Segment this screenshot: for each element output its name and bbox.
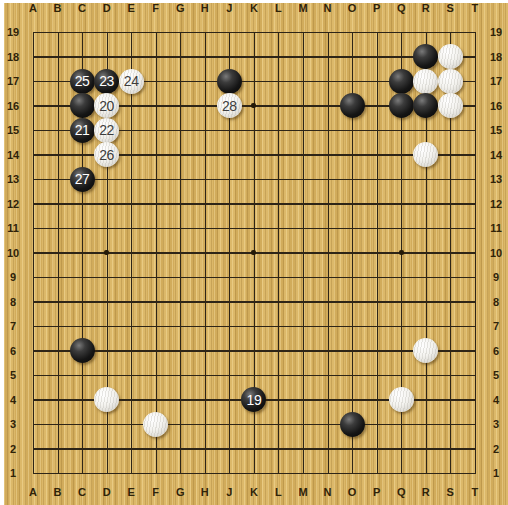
point-J3[interactable]	[217, 412, 242, 437]
point-J17[interactable]	[217, 69, 242, 94]
point-P2[interactable]	[364, 436, 389, 461]
point-Q8[interactable]	[389, 289, 414, 314]
point-N8[interactable]	[315, 289, 340, 314]
point-C8[interactable]	[70, 289, 95, 314]
point-S12[interactable]	[438, 191, 463, 216]
point-O13[interactable]	[340, 167, 365, 192]
point-M11[interactable]	[291, 216, 316, 241]
point-A16[interactable]	[21, 93, 46, 118]
point-L4[interactable]	[266, 387, 291, 412]
point-A14[interactable]	[21, 142, 46, 167]
point-N14[interactable]	[315, 142, 340, 167]
point-H18[interactable]	[193, 44, 218, 69]
point-G17[interactable]	[168, 69, 193, 94]
point-M15[interactable]	[291, 118, 316, 143]
point-S6[interactable]	[438, 338, 463, 363]
point-F7[interactable]	[143, 314, 168, 339]
point-K7[interactable]	[242, 314, 267, 339]
point-E17[interactable]: 24	[119, 69, 144, 94]
point-O15[interactable]	[340, 118, 365, 143]
point-J4[interactable]	[217, 387, 242, 412]
point-N7[interactable]	[315, 314, 340, 339]
point-G12[interactable]	[168, 191, 193, 216]
point-L18[interactable]	[266, 44, 291, 69]
point-S3[interactable]	[438, 412, 463, 437]
point-K3[interactable]	[242, 412, 267, 437]
point-A6[interactable]	[21, 338, 46, 363]
point-F12[interactable]	[143, 191, 168, 216]
point-L3[interactable]	[266, 412, 291, 437]
point-M12[interactable]	[291, 191, 316, 216]
point-C6[interactable]	[70, 338, 95, 363]
point-G13[interactable]	[168, 167, 193, 192]
point-D10[interactable]	[94, 240, 119, 265]
point-M1[interactable]	[291, 461, 316, 486]
point-G18[interactable]	[168, 44, 193, 69]
point-L5[interactable]	[266, 363, 291, 388]
point-F13[interactable]	[143, 167, 168, 192]
point-C5[interactable]	[70, 363, 95, 388]
point-O8[interactable]	[340, 289, 365, 314]
point-H10[interactable]	[193, 240, 218, 265]
point-P8[interactable]	[364, 289, 389, 314]
point-K9[interactable]	[242, 265, 267, 290]
point-O12[interactable]	[340, 191, 365, 216]
point-P11[interactable]	[364, 216, 389, 241]
point-K6[interactable]	[242, 338, 267, 363]
point-A11[interactable]	[21, 216, 46, 241]
point-E8[interactable]	[119, 289, 144, 314]
point-F17[interactable]	[143, 69, 168, 94]
point-D13[interactable]	[94, 167, 119, 192]
point-J6[interactable]	[217, 338, 242, 363]
point-G6[interactable]	[168, 338, 193, 363]
stone-black-O16[interactable]	[340, 93, 365, 118]
point-S10[interactable]	[438, 240, 463, 265]
point-S13[interactable]	[438, 167, 463, 192]
point-M18[interactable]	[291, 44, 316, 69]
point-T19[interactable]	[463, 20, 488, 45]
point-L1[interactable]	[266, 461, 291, 486]
point-E18[interactable]	[119, 44, 144, 69]
point-N11[interactable]	[315, 216, 340, 241]
point-B6[interactable]	[45, 338, 70, 363]
stone-white-D4[interactable]	[94, 387, 119, 412]
point-D7[interactable]	[94, 314, 119, 339]
point-H9[interactable]	[193, 265, 218, 290]
point-M9[interactable]	[291, 265, 316, 290]
point-E13[interactable]	[119, 167, 144, 192]
point-G4[interactable]	[168, 387, 193, 412]
point-K19[interactable]	[242, 20, 267, 45]
point-C14[interactable]	[70, 142, 95, 167]
point-G5[interactable]	[168, 363, 193, 388]
stone-white-Q4[interactable]	[389, 387, 414, 412]
point-P14[interactable]	[364, 142, 389, 167]
point-C16[interactable]	[70, 93, 95, 118]
point-H14[interactable]	[193, 142, 218, 167]
point-N18[interactable]	[315, 44, 340, 69]
point-A2[interactable]	[21, 436, 46, 461]
point-D4[interactable]	[94, 387, 119, 412]
point-Q12[interactable]	[389, 191, 414, 216]
point-C15[interactable]: 21	[70, 118, 95, 143]
point-T12[interactable]	[463, 191, 488, 216]
point-S2[interactable]	[438, 436, 463, 461]
point-B15[interactable]	[45, 118, 70, 143]
point-G7[interactable]	[168, 314, 193, 339]
point-P19[interactable]	[364, 20, 389, 45]
point-L11[interactable]	[266, 216, 291, 241]
point-M5[interactable]	[291, 363, 316, 388]
point-A13[interactable]	[21, 167, 46, 192]
point-Q13[interactable]	[389, 167, 414, 192]
point-D5[interactable]	[94, 363, 119, 388]
point-G1[interactable]	[168, 461, 193, 486]
point-M16[interactable]	[291, 93, 316, 118]
point-Q9[interactable]	[389, 265, 414, 290]
stone-black-Q16[interactable]	[389, 93, 414, 118]
point-P5[interactable]	[364, 363, 389, 388]
point-B8[interactable]	[45, 289, 70, 314]
point-K11[interactable]	[242, 216, 267, 241]
point-B4[interactable]	[45, 387, 70, 412]
point-A8[interactable]	[21, 289, 46, 314]
point-E19[interactable]	[119, 20, 144, 45]
point-L9[interactable]	[266, 265, 291, 290]
point-N15[interactable]	[315, 118, 340, 143]
point-H13[interactable]	[193, 167, 218, 192]
point-B1[interactable]	[45, 461, 70, 486]
point-T18[interactable]	[463, 44, 488, 69]
point-E4[interactable]	[119, 387, 144, 412]
point-C13[interactable]: 27	[70, 167, 95, 192]
point-K13[interactable]	[242, 167, 267, 192]
point-T8[interactable]	[463, 289, 488, 314]
point-S15[interactable]	[438, 118, 463, 143]
point-N1[interactable]	[315, 461, 340, 486]
point-S18[interactable]	[438, 44, 463, 69]
point-N19[interactable]	[315, 20, 340, 45]
point-Q6[interactable]	[389, 338, 414, 363]
point-F6[interactable]	[143, 338, 168, 363]
point-R12[interactable]	[413, 191, 438, 216]
point-J1[interactable]	[217, 461, 242, 486]
point-E11[interactable]	[119, 216, 144, 241]
point-O17[interactable]	[340, 69, 365, 94]
point-F5[interactable]	[143, 363, 168, 388]
point-P3[interactable]	[364, 412, 389, 437]
point-F3[interactable]	[143, 412, 168, 437]
point-T11[interactable]	[463, 216, 488, 241]
point-B10[interactable]	[45, 240, 70, 265]
point-K12[interactable]	[242, 191, 267, 216]
point-L13[interactable]	[266, 167, 291, 192]
point-R7[interactable]	[413, 314, 438, 339]
point-K2[interactable]	[242, 436, 267, 461]
point-N4[interactable]	[315, 387, 340, 412]
point-P4[interactable]	[364, 387, 389, 412]
point-G11[interactable]	[168, 216, 193, 241]
point-O3[interactable]	[340, 412, 365, 437]
point-D14[interactable]: 26	[94, 142, 119, 167]
point-A15[interactable]	[21, 118, 46, 143]
point-B13[interactable]	[45, 167, 70, 192]
point-N10[interactable]	[315, 240, 340, 265]
point-N2[interactable]	[315, 436, 340, 461]
point-F1[interactable]	[143, 461, 168, 486]
point-L2[interactable]	[266, 436, 291, 461]
point-O18[interactable]	[340, 44, 365, 69]
point-H12[interactable]	[193, 191, 218, 216]
point-L12[interactable]	[266, 191, 291, 216]
stone-white-D16[interactable]: 20	[94, 93, 119, 118]
point-F9[interactable]	[143, 265, 168, 290]
point-J10[interactable]	[217, 240, 242, 265]
point-L6[interactable]	[266, 338, 291, 363]
stone-black-K4[interactable]: 19	[241, 387, 266, 412]
point-G2[interactable]	[168, 436, 193, 461]
point-B2[interactable]	[45, 436, 70, 461]
point-D8[interactable]	[94, 289, 119, 314]
point-R15[interactable]	[413, 118, 438, 143]
point-H16[interactable]	[193, 93, 218, 118]
point-R10[interactable]	[413, 240, 438, 265]
point-O2[interactable]	[340, 436, 365, 461]
point-G15[interactable]	[168, 118, 193, 143]
stone-black-C16[interactable]	[70, 93, 95, 118]
point-F4[interactable]	[143, 387, 168, 412]
point-C17[interactable]: 25	[70, 69, 95, 94]
point-A17[interactable]	[21, 69, 46, 94]
point-B16[interactable]	[45, 93, 70, 118]
point-H1[interactable]	[193, 461, 218, 486]
point-T9[interactable]	[463, 265, 488, 290]
point-H11[interactable]	[193, 216, 218, 241]
point-Q2[interactable]	[389, 436, 414, 461]
point-A7[interactable]	[21, 314, 46, 339]
point-D16[interactable]: 20	[94, 93, 119, 118]
stone-black-R18[interactable]	[413, 44, 438, 69]
point-N9[interactable]	[315, 265, 340, 290]
point-M3[interactable]	[291, 412, 316, 437]
point-B11[interactable]	[45, 216, 70, 241]
stone-white-R14[interactable]	[413, 142, 438, 167]
point-R5[interactable]	[413, 363, 438, 388]
point-E7[interactable]	[119, 314, 144, 339]
point-E1[interactable]	[119, 461, 144, 486]
point-E2[interactable]	[119, 436, 144, 461]
point-E3[interactable]	[119, 412, 144, 437]
point-J19[interactable]	[217, 20, 242, 45]
point-Q16[interactable]	[389, 93, 414, 118]
point-F16[interactable]	[143, 93, 168, 118]
point-R14[interactable]	[413, 142, 438, 167]
point-K16[interactable]	[242, 93, 267, 118]
stone-white-R6[interactable]	[413, 338, 438, 363]
point-A18[interactable]	[21, 44, 46, 69]
point-C9[interactable]	[70, 265, 95, 290]
point-D3[interactable]	[94, 412, 119, 437]
point-T1[interactable]	[463, 461, 488, 486]
point-N17[interactable]	[315, 69, 340, 94]
point-T5[interactable]	[463, 363, 488, 388]
point-C12[interactable]	[70, 191, 95, 216]
point-F8[interactable]	[143, 289, 168, 314]
point-E5[interactable]	[119, 363, 144, 388]
point-O4[interactable]	[340, 387, 365, 412]
point-F19[interactable]	[143, 20, 168, 45]
point-G8[interactable]	[168, 289, 193, 314]
stone-black-C13[interactable]: 27	[70, 167, 95, 192]
point-D11[interactable]	[94, 216, 119, 241]
point-D17[interactable]: 23	[94, 69, 119, 94]
point-M2[interactable]	[291, 436, 316, 461]
point-C18[interactable]	[70, 44, 95, 69]
stone-white-E17[interactable]: 24	[119, 69, 144, 94]
point-B14[interactable]	[45, 142, 70, 167]
point-R4[interactable]	[413, 387, 438, 412]
point-H6[interactable]	[193, 338, 218, 363]
point-R2[interactable]	[413, 436, 438, 461]
point-O11[interactable]	[340, 216, 365, 241]
point-R19[interactable]	[413, 20, 438, 45]
point-B12[interactable]	[45, 191, 70, 216]
stone-black-C15[interactable]: 21	[70, 118, 95, 143]
point-C10[interactable]	[70, 240, 95, 265]
point-A4[interactable]	[21, 387, 46, 412]
point-J5[interactable]	[217, 363, 242, 388]
point-O9[interactable]	[340, 265, 365, 290]
point-S11[interactable]	[438, 216, 463, 241]
point-M10[interactable]	[291, 240, 316, 265]
point-C11[interactable]	[70, 216, 95, 241]
point-A5[interactable]	[21, 363, 46, 388]
point-Q14[interactable]	[389, 142, 414, 167]
point-O10[interactable]	[340, 240, 365, 265]
stone-black-J17[interactable]	[217, 69, 242, 94]
point-D1[interactable]	[94, 461, 119, 486]
point-P6[interactable]	[364, 338, 389, 363]
point-O19[interactable]	[340, 20, 365, 45]
point-G14[interactable]	[168, 142, 193, 167]
point-O16[interactable]	[340, 93, 365, 118]
point-N16[interactable]	[315, 93, 340, 118]
point-K18[interactable]	[242, 44, 267, 69]
point-H17[interactable]	[193, 69, 218, 94]
point-B9[interactable]	[45, 265, 70, 290]
point-P15[interactable]	[364, 118, 389, 143]
point-D6[interactable]	[94, 338, 119, 363]
point-J2[interactable]	[217, 436, 242, 461]
point-Q4[interactable]	[389, 387, 414, 412]
point-M19[interactable]	[291, 20, 316, 45]
point-E12[interactable]	[119, 191, 144, 216]
stone-black-O3[interactable]	[340, 412, 365, 437]
point-T10[interactable]	[463, 240, 488, 265]
point-L19[interactable]	[266, 20, 291, 45]
point-Q3[interactable]	[389, 412, 414, 437]
point-T4[interactable]	[463, 387, 488, 412]
point-C19[interactable]	[70, 20, 95, 45]
point-B5[interactable]	[45, 363, 70, 388]
stone-black-R16[interactable]	[413, 93, 438, 118]
point-S9[interactable]	[438, 265, 463, 290]
point-A1[interactable]	[21, 461, 46, 486]
point-P16[interactable]	[364, 93, 389, 118]
point-R6[interactable]	[413, 338, 438, 363]
stone-white-S16[interactable]	[438, 93, 463, 118]
stone-white-S18[interactable]	[438, 44, 463, 69]
stone-white-J16[interactable]: 28	[217, 93, 242, 118]
point-E9[interactable]	[119, 265, 144, 290]
point-K5[interactable]	[242, 363, 267, 388]
point-T6[interactable]	[463, 338, 488, 363]
point-P9[interactable]	[364, 265, 389, 290]
point-M13[interactable]	[291, 167, 316, 192]
point-G16[interactable]	[168, 93, 193, 118]
point-M8[interactable]	[291, 289, 316, 314]
point-T2[interactable]	[463, 436, 488, 461]
point-T14[interactable]	[463, 142, 488, 167]
stone-white-S17[interactable]	[438, 69, 463, 94]
point-L8[interactable]	[266, 289, 291, 314]
point-J11[interactable]	[217, 216, 242, 241]
point-E10[interactable]	[119, 240, 144, 265]
point-J9[interactable]	[217, 265, 242, 290]
point-S5[interactable]	[438, 363, 463, 388]
point-O14[interactable]	[340, 142, 365, 167]
point-A10[interactable]	[21, 240, 46, 265]
stone-white-R17[interactable]	[413, 69, 438, 94]
point-M7[interactable]	[291, 314, 316, 339]
point-A19[interactable]	[21, 20, 46, 45]
point-S17[interactable]	[438, 69, 463, 94]
point-L17[interactable]	[266, 69, 291, 94]
point-Q11[interactable]	[389, 216, 414, 241]
point-K1[interactable]	[242, 461, 267, 486]
point-D18[interactable]	[94, 44, 119, 69]
point-R11[interactable]	[413, 216, 438, 241]
point-F10[interactable]	[143, 240, 168, 265]
point-R13[interactable]	[413, 167, 438, 192]
point-J16[interactable]: 28	[217, 93, 242, 118]
point-E14[interactable]	[119, 142, 144, 167]
point-S4[interactable]	[438, 387, 463, 412]
point-A9[interactable]	[21, 265, 46, 290]
point-H15[interactable]	[193, 118, 218, 143]
point-J7[interactable]	[217, 314, 242, 339]
point-M4[interactable]	[291, 387, 316, 412]
point-L10[interactable]	[266, 240, 291, 265]
point-R16[interactable]	[413, 93, 438, 118]
point-H5[interactable]	[193, 363, 218, 388]
point-Q5[interactable]	[389, 363, 414, 388]
point-Q15[interactable]	[389, 118, 414, 143]
point-L7[interactable]	[266, 314, 291, 339]
point-R8[interactable]	[413, 289, 438, 314]
point-O7[interactable]	[340, 314, 365, 339]
point-K15[interactable]	[242, 118, 267, 143]
point-A12[interactable]	[21, 191, 46, 216]
point-H2[interactable]	[193, 436, 218, 461]
point-Q10[interactable]	[389, 240, 414, 265]
point-D2[interactable]	[94, 436, 119, 461]
point-R3[interactable]	[413, 412, 438, 437]
point-B19[interactable]	[45, 20, 70, 45]
point-N12[interactable]	[315, 191, 340, 216]
point-E6[interactable]	[119, 338, 144, 363]
